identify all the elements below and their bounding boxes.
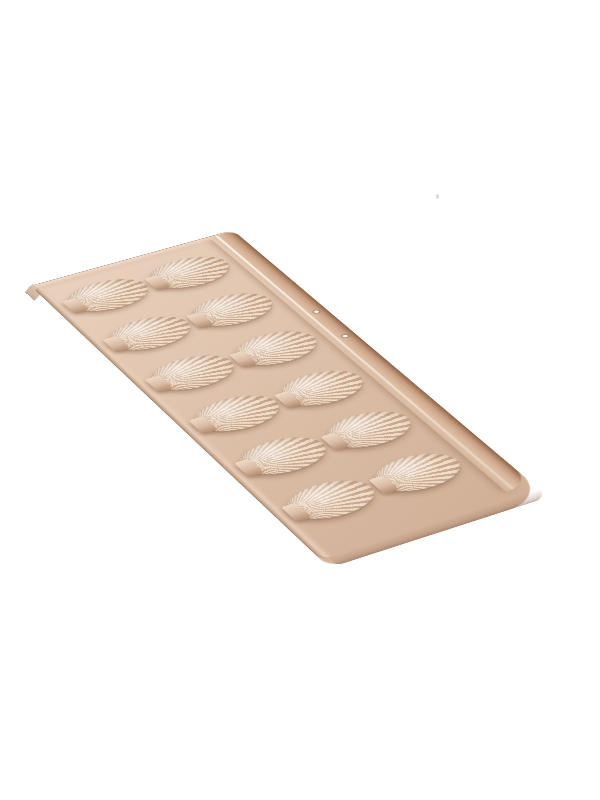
- shell-cavity: [224, 325, 329, 372]
- product-photo: [0, 0, 600, 800]
- shell-cavity: [180, 287, 283, 333]
- hang-hole: [342, 334, 349, 337]
- hang-hole: [313, 310, 320, 313]
- shell-cavity: [268, 364, 375, 413]
- madeleine-pan: [30, 230, 548, 568]
- shell-cavity: [139, 250, 240, 294]
- dust-speck: [436, 194, 439, 199]
- shell-cavity: [97, 310, 201, 357]
